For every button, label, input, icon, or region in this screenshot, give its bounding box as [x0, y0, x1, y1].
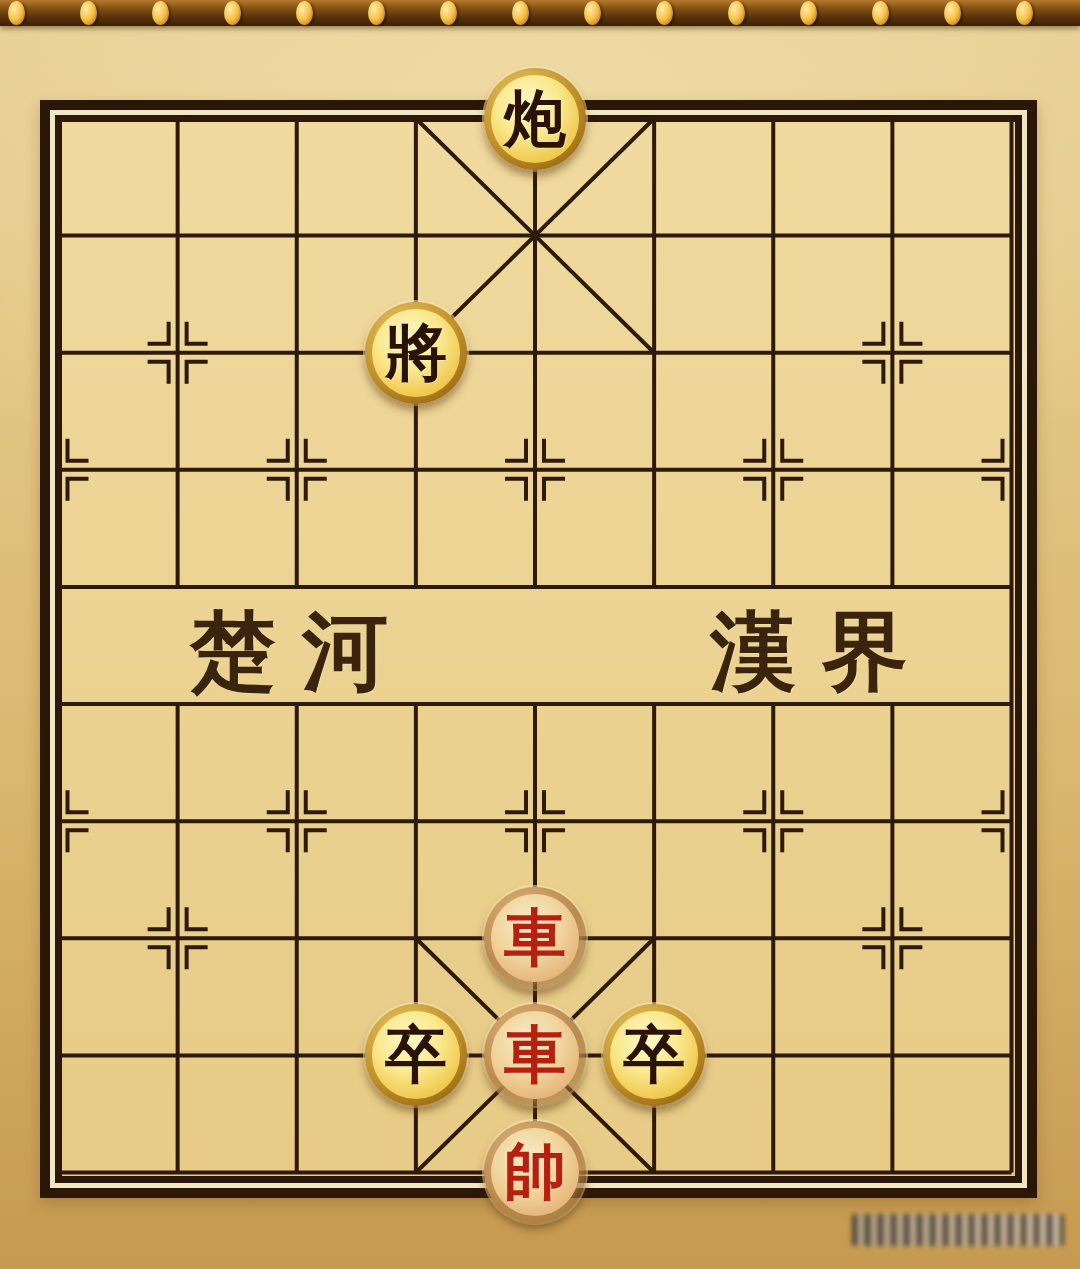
- rivet-ornament: [1016, 1, 1033, 25]
- piece-character: 車: [504, 907, 566, 969]
- piece-red-general[interactable]: 帥: [484, 1121, 586, 1223]
- piece-black-soldier-2[interactable]: 卒: [603, 1004, 705, 1106]
- piece-character: 將: [385, 322, 447, 384]
- rivet-ornament: [656, 1, 673, 25]
- piece-character: 卒: [623, 1024, 685, 1086]
- piece-face: 車: [491, 894, 579, 982]
- piece-black-soldier-1[interactable]: 卒: [365, 1004, 467, 1106]
- piece-red-chariot-1[interactable]: 車: [484, 887, 586, 989]
- piece-black-cannon[interactable]: 炮: [484, 68, 586, 170]
- rivet-ornament: [152, 1, 169, 25]
- piece-face: 炮: [491, 75, 579, 163]
- piece-character: 帥: [504, 1141, 566, 1203]
- piece-character: 卒: [385, 1024, 447, 1086]
- rivet-ornament: [944, 1, 961, 25]
- rivet-ornament: [296, 1, 313, 25]
- rivet-ornament: [80, 1, 97, 25]
- piece-face: 車: [491, 1011, 579, 1099]
- piece-character: 炮: [504, 88, 566, 150]
- watermark: [852, 1214, 1064, 1246]
- river-label-han-jie: 漢界: [710, 594, 934, 711]
- rivet-ornament: [800, 1, 817, 25]
- rivet-ornament: [368, 1, 385, 25]
- piece-face: 卒: [610, 1011, 698, 1099]
- piece-face: 卒: [372, 1011, 460, 1099]
- piece-face: 帥: [491, 1128, 579, 1216]
- page-root: 楚河 漢界 炮將車卒車卒帥: [0, 0, 1080, 1269]
- rivet-ornament: [224, 1, 241, 25]
- piece-red-chariot-2[interactable]: 車: [484, 1004, 586, 1106]
- rivet-ornament: [440, 1, 457, 25]
- rivet-ornament: [8, 1, 25, 25]
- piece-character: 車: [504, 1024, 566, 1086]
- piece-face: 將: [372, 309, 460, 397]
- rivet-ornament: [728, 1, 745, 25]
- piece-black-general[interactable]: 將: [365, 302, 467, 404]
- rivet-ornament: [584, 1, 601, 25]
- top-decorative-rail: [0, 0, 1080, 26]
- river-label-chu-he: 楚河: [190, 594, 414, 711]
- rivet-ornament: [512, 1, 529, 25]
- rivet-ornament: [872, 1, 889, 25]
